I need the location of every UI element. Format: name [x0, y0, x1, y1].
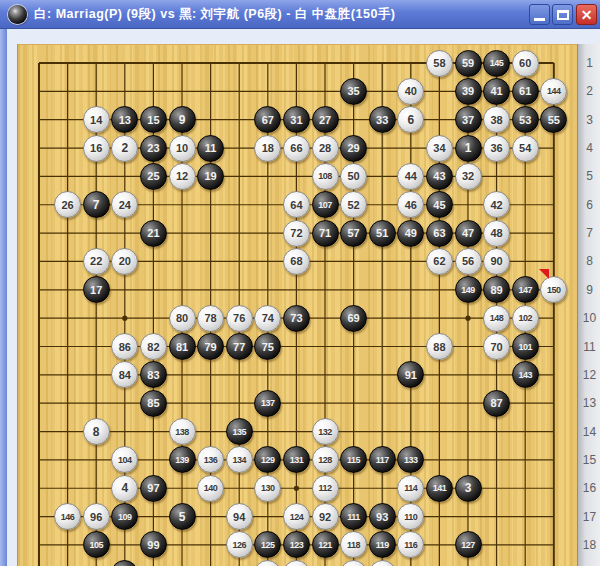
move-number: 36: [490, 142, 502, 154]
stone-16: 16: [83, 135, 110, 162]
stone-101: 101: [512, 333, 539, 360]
stone-148: 148: [483, 305, 510, 332]
stone-59: 59: [455, 50, 482, 77]
move-number: 90: [490, 255, 502, 267]
stone-108: 108: [312, 163, 339, 190]
move-number: 91: [405, 369, 417, 381]
move-number: 10: [176, 142, 188, 154]
stone-4: 4: [111, 475, 138, 502]
move-number: 81: [176, 341, 188, 353]
move-number: 116: [404, 540, 417, 550]
move-number: 108: [318, 171, 332, 181]
stone-92: 92: [312, 503, 339, 530]
stone-69: 69: [340, 305, 367, 332]
row-label-13: 13: [578, 394, 600, 412]
move-number: 88: [433, 341, 445, 353]
stone-138: 138: [169, 418, 196, 445]
move-number: 52: [347, 199, 359, 211]
stone-60: 60: [512, 50, 539, 77]
move-number: 4: [121, 481, 128, 495]
move-number: 117: [376, 455, 389, 465]
move-number: 14: [90, 114, 102, 126]
row-label-2: 2: [578, 82, 600, 100]
move-number: 79: [204, 341, 216, 353]
stone-93: 93: [369, 503, 396, 530]
move-number: 31: [290, 114, 302, 126]
row-label-4: 4: [578, 139, 600, 157]
row-label-3: 3: [578, 111, 600, 129]
move-number: 148: [490, 313, 504, 323]
row-label-17: 17: [578, 508, 600, 526]
row-label-7: 7: [578, 224, 600, 242]
move-number: 5: [179, 510, 186, 524]
stone-87: 87: [483, 390, 510, 417]
minimize-button[interactable]: [529, 4, 550, 25]
move-number: 32: [462, 170, 474, 182]
move-number: 19: [204, 170, 216, 182]
move-number: 27: [319, 114, 331, 126]
stone-74: 74: [254, 305, 281, 332]
stone-58: 58: [426, 50, 453, 77]
move-number: 146: [61, 512, 75, 522]
move-number: 62: [433, 255, 445, 267]
stone-47: 47: [455, 220, 482, 247]
move-number: 71: [319, 227, 331, 239]
move-number: 44: [405, 170, 417, 182]
move-number: 149: [461, 285, 475, 295]
move-number: 13: [119, 114, 131, 126]
move-number: 35: [347, 85, 359, 97]
move-number: 22: [90, 255, 102, 267]
move-number: 33: [376, 114, 388, 126]
stone-57: 57: [340, 220, 367, 247]
row-label-12: 12: [578, 366, 600, 384]
move-number: 115: [347, 455, 360, 465]
move-number: 126: [232, 540, 246, 550]
move-number: 121: [318, 540, 332, 550]
move-number: 130: [261, 483, 275, 493]
move-number: 127: [461, 540, 475, 550]
move-number: 2: [121, 141, 128, 155]
stone-134: 134: [226, 446, 253, 473]
stone-19: 19: [197, 163, 224, 190]
stone-105: 105: [83, 531, 110, 558]
stone-41: 41: [483, 78, 510, 105]
move-number: 72: [290, 227, 302, 239]
row-label-9: 9: [578, 281, 600, 299]
maximize-icon: [557, 10, 569, 20]
window-titlebar[interactable]: 白: Marriag(P) (9段) vs 黑: 刘宇航 (P6段) - 白 中…: [0, 0, 600, 29]
move-number: 76: [233, 312, 245, 324]
stone-68: 68: [283, 248, 310, 275]
move-number: 73: [290, 312, 302, 324]
stone-81: 81: [169, 333, 196, 360]
close-icon: ✕: [581, 8, 593, 22]
move-number: 55: [548, 114, 560, 126]
move-number: 94: [233, 511, 245, 523]
stone-45: 45: [426, 191, 453, 218]
stone-64: 64: [283, 191, 310, 218]
move-number: 147: [518, 285, 532, 295]
move-number: 144: [547, 86, 561, 96]
move-number: 16: [90, 142, 102, 154]
stone-44: 44: [397, 163, 424, 190]
black-go-stone-icon: [8, 5, 27, 24]
move-number: 54: [519, 142, 531, 154]
move-number: 20: [119, 255, 131, 267]
stone-72: 72: [283, 220, 310, 247]
move-number: 3: [465, 481, 472, 495]
stone-71: 71: [312, 220, 339, 247]
stone-1: 1: [455, 135, 482, 162]
stone-39: 39: [455, 78, 482, 105]
stone-124: 124: [283, 503, 310, 530]
move-number: 97: [147, 482, 159, 494]
move-number: 67: [262, 114, 274, 126]
move-number: 9: [179, 113, 186, 127]
stone-126: 126: [226, 531, 253, 558]
stone-14: 14: [83, 106, 110, 133]
move-number: 49: [405, 227, 417, 239]
stone-54: 54: [512, 135, 539, 162]
move-number: 15: [147, 114, 159, 126]
move-number: 132: [318, 427, 332, 437]
stone-61: 61: [512, 78, 539, 105]
move-number: 92: [319, 511, 331, 523]
stone-66: 66: [283, 135, 310, 162]
move-number: 53: [519, 114, 531, 126]
stone-63: 63: [426, 220, 453, 247]
stone-97: 97: [140, 475, 167, 502]
row-coordinates-strip: 12345678910111213141516171819: [577, 44, 600, 566]
move-number: 57: [347, 227, 359, 239]
move-number: 39: [462, 85, 474, 97]
move-number: 86: [119, 341, 131, 353]
star-point: [122, 316, 127, 321]
move-number: 50: [347, 170, 359, 182]
move-number: 38: [490, 114, 502, 126]
move-number: 135: [232, 427, 246, 437]
move-number: 1: [465, 141, 472, 155]
move-number: 85: [147, 397, 159, 409]
row-label-1: 1: [578, 54, 600, 72]
stone-94: 94: [226, 503, 253, 530]
stone-27: 27: [312, 106, 339, 133]
stone-102: 102: [512, 305, 539, 332]
move-number: 17: [90, 284, 102, 296]
move-number: 96: [90, 511, 102, 523]
move-number: 82: [147, 341, 159, 353]
stone-7: 7: [83, 191, 110, 218]
move-number: 69: [347, 312, 359, 324]
star-point: [465, 316, 470, 321]
move-number: 89: [490, 284, 502, 296]
stone-140: 140: [197, 475, 224, 502]
stone-36: 36: [483, 135, 510, 162]
move-number: 47: [462, 227, 474, 239]
move-number: 61: [519, 85, 531, 97]
stone-117: 117: [369, 446, 396, 473]
stone-135: 135: [226, 418, 253, 445]
stone-114: 114: [397, 475, 424, 502]
move-number: 25: [147, 170, 159, 182]
move-number: 46: [405, 199, 417, 211]
stone-15: 15: [140, 106, 167, 133]
row-label-10: 10: [578, 309, 600, 327]
stone-90: 90: [483, 248, 510, 275]
move-number: 18: [262, 142, 274, 154]
stone-18: 18: [254, 135, 281, 162]
move-number: 137: [261, 398, 275, 408]
stone-127: 127: [455, 531, 482, 558]
move-number: 125: [261, 540, 275, 550]
move-number: 45: [433, 199, 445, 211]
move-number: 138: [175, 427, 189, 437]
stone-82: 82: [140, 333, 167, 360]
move-number: 104: [118, 455, 132, 465]
move-number: 123: [290, 540, 304, 550]
stone-121: 121: [312, 531, 339, 558]
stone-76: 76: [226, 305, 253, 332]
stone-35: 35: [340, 78, 367, 105]
move-number: 145: [490, 58, 504, 68]
move-number: 64: [290, 199, 302, 211]
stone-23: 23: [140, 135, 167, 162]
stone-10: 10: [169, 135, 196, 162]
close-button[interactable]: ✕: [576, 4, 597, 25]
stone-5: 5: [169, 503, 196, 530]
move-number: 136: [204, 455, 218, 465]
move-number: 11: [205, 142, 217, 154]
row-label-5: 5: [578, 167, 600, 185]
move-number: 26: [61, 199, 73, 211]
move-number: 140: [204, 483, 218, 493]
move-number: 107: [318, 200, 332, 210]
move-number: 118: [347, 540, 360, 550]
star-point: [294, 486, 299, 491]
stone-28: 28: [312, 135, 339, 162]
stone-130: 130: [254, 475, 281, 502]
move-number: 124: [290, 512, 304, 522]
stone-144: 144: [540, 78, 567, 105]
minimize-icon: [534, 18, 545, 21]
stone-8: 8: [83, 418, 110, 445]
move-number: 102: [518, 313, 532, 323]
stone-147: 147: [512, 276, 539, 303]
stone-111: 111: [340, 503, 367, 530]
stone-137: 137: [254, 390, 281, 417]
move-number: 131: [290, 455, 304, 465]
stone-40: 40: [397, 78, 424, 105]
row-label-14: 14: [578, 423, 600, 441]
stone-62: 62: [426, 248, 453, 275]
move-number: 8: [93, 425, 100, 439]
stone-146: 146: [54, 503, 81, 530]
stone-139: 139: [169, 446, 196, 473]
move-number: 43: [433, 170, 445, 182]
stone-3: 3: [455, 475, 482, 502]
move-number: 23: [147, 142, 159, 154]
move-number: 109: [118, 512, 132, 522]
stone-132: 132: [312, 418, 339, 445]
move-number: 112: [318, 483, 331, 493]
stone-128: 128: [312, 446, 339, 473]
stone-73: 73: [283, 305, 310, 332]
stone-96: 96: [83, 503, 110, 530]
game-record-window: 白: Marriag(P) (9段) vs 黑: 刘宇航 (P6段) - 白 中…: [0, 0, 600, 566]
move-number: 59: [462, 57, 474, 69]
stone-2: 2: [111, 135, 138, 162]
stone-56: 56: [455, 248, 482, 275]
move-number: 40: [405, 85, 417, 97]
row-label-15: 15: [578, 451, 600, 469]
stone-70: 70: [483, 333, 510, 360]
stone-29: 29: [340, 135, 367, 162]
stone-9: 9: [169, 106, 196, 133]
window-left-border: [0, 29, 7, 566]
move-number: 84: [119, 369, 131, 381]
move-number: 101: [518, 342, 532, 352]
window-title: 白: Marriag(P) (9段) vs 黑: 刘宇航 (P6段) - 白 中…: [34, 0, 396, 29]
move-number: 68: [290, 255, 302, 267]
stone-145: 145: [483, 50, 510, 77]
move-number: 114: [404, 483, 417, 493]
move-number: 29: [347, 142, 359, 154]
move-number: 56: [462, 255, 474, 267]
stone-50: 50: [340, 163, 367, 190]
move-number: 60: [519, 57, 531, 69]
move-number: 66: [290, 142, 302, 154]
move-number: 150: [547, 285, 561, 295]
move-number: 99: [147, 539, 159, 551]
move-number: 128: [318, 455, 332, 465]
move-number: 48: [490, 227, 502, 239]
stone-32: 32: [455, 163, 482, 190]
row-label-18: 18: [578, 536, 600, 554]
stone-80: 80: [169, 305, 196, 332]
move-number: 133: [404, 455, 418, 465]
stone-43: 43: [426, 163, 453, 190]
row-label-11: 11: [578, 338, 600, 356]
row-label-8: 8: [578, 252, 600, 270]
row-label-6: 6: [578, 196, 600, 214]
row-label-16: 16: [578, 479, 600, 497]
move-number: 12: [176, 170, 188, 182]
move-number: 139: [175, 455, 189, 465]
stone-21: 21: [140, 220, 167, 247]
move-number: 129: [261, 455, 275, 465]
move-number: 110: [404, 512, 417, 522]
stone-88: 88: [426, 333, 453, 360]
maximize-button[interactable]: [552, 4, 573, 25]
move-number: 77: [233, 341, 245, 353]
move-number: 70: [490, 341, 502, 353]
stone-112: 112: [312, 475, 339, 502]
move-number: 34: [433, 142, 445, 154]
move-number: 51: [376, 227, 388, 239]
stone-79: 79: [197, 333, 224, 360]
stone-53: 53: [512, 106, 539, 133]
stone-78: 78: [197, 305, 224, 332]
move-number: 74: [262, 312, 274, 324]
stone-143: 143: [512, 361, 539, 388]
stone-85: 85: [140, 390, 167, 417]
stone-149: 149: [455, 276, 482, 303]
stone-25: 25: [140, 163, 167, 190]
stone-22: 22: [83, 248, 110, 275]
last-move-marker: [539, 269, 549, 279]
move-number: 141: [433, 483, 447, 493]
move-number: 63: [433, 227, 445, 239]
move-number: 93: [376, 511, 388, 523]
move-number: 80: [176, 312, 188, 324]
move-number: 75: [262, 341, 274, 353]
stone-119: 119: [369, 531, 396, 558]
move-number: 6: [407, 113, 414, 127]
move-number: 7: [93, 198, 100, 212]
move-number: 119: [376, 540, 389, 550]
stone-107: 107: [312, 191, 339, 218]
move-number: 28: [319, 142, 331, 154]
go-board[interactable]: 5859145603540394161144141315967312733637…: [17, 44, 577, 566]
stone-37: 37: [455, 106, 482, 133]
move-number: 41: [490, 85, 502, 97]
move-number: 58: [433, 57, 445, 69]
stone-17: 17: [83, 276, 110, 303]
stone-48: 48: [483, 220, 510, 247]
move-number: 42: [490, 199, 502, 211]
stone-33: 33: [369, 106, 396, 133]
stone-31: 31: [283, 106, 310, 133]
move-number: 134: [232, 455, 246, 465]
stone-11: 11: [197, 135, 224, 162]
stone-34: 34: [426, 135, 453, 162]
move-number: 24: [119, 199, 131, 211]
move-number: 143: [518, 370, 532, 380]
move-number: 105: [89, 540, 103, 550]
move-number: 21: [147, 227, 159, 239]
move-number: 37: [462, 114, 474, 126]
move-number: 111: [347, 512, 360, 522]
move-number: 87: [490, 397, 502, 409]
move-number: 83: [147, 369, 159, 381]
stone-49: 49: [397, 220, 424, 247]
stone-12: 12: [169, 163, 196, 190]
stone-51: 51: [369, 220, 396, 247]
stone-141: 141: [426, 475, 453, 502]
move-number: 78: [204, 312, 216, 324]
stone-77: 77: [226, 333, 253, 360]
